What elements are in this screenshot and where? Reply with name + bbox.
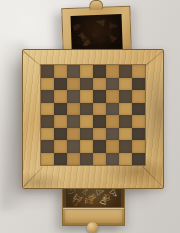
- drawer-piece: ♖: [84, 196, 95, 206]
- square-a5[interactable]: [41, 103, 54, 116]
- square-e7[interactable]: [93, 78, 106, 91]
- square-c3[interactable]: [67, 128, 80, 141]
- top-drawer-knob[interactable]: [89, 0, 103, 10]
- square-c5[interactable]: [67, 103, 80, 116]
- square-g6[interactable]: [119, 90, 132, 103]
- square-b5[interactable]: [54, 103, 67, 116]
- square-c6[interactable]: [67, 90, 80, 103]
- square-a6[interactable]: [41, 90, 54, 103]
- square-f5[interactable]: [106, 103, 119, 116]
- square-f6[interactable]: [106, 90, 119, 103]
- drawer-piece: ♟: [107, 21, 119, 31]
- square-h6[interactable]: [132, 90, 145, 103]
- top-drawer[interactable]: ♞♜♝♛♟♚♟♞♜♟: [61, 6, 132, 53]
- drawer-piece: ♟: [105, 31, 120, 46]
- square-c2[interactable]: [67, 140, 80, 153]
- square-h4[interactable]: [132, 115, 145, 128]
- square-c4[interactable]: [67, 115, 80, 128]
- chess-board: [22, 49, 164, 189]
- square-b2[interactable]: [54, 140, 67, 153]
- square-a1[interactable]: [41, 153, 54, 166]
- bottom-drawer[interactable]: ♘♖♗♕♙♔♙♘♖♙: [62, 185, 125, 226]
- square-e4[interactable]: [93, 115, 106, 128]
- square-b4[interactable]: [54, 115, 67, 128]
- square-e6[interactable]: [93, 90, 106, 103]
- square-a8[interactable]: [41, 65, 54, 78]
- square-b3[interactable]: [54, 128, 67, 141]
- square-h3[interactable]: [132, 128, 145, 141]
- square-h1[interactable]: [132, 153, 145, 166]
- frame-miter-top-left: [23, 51, 42, 67]
- square-d2[interactable]: [80, 140, 93, 153]
- square-f4[interactable]: [106, 115, 119, 128]
- square-c7[interactable]: [67, 78, 80, 91]
- square-d1[interactable]: [80, 153, 93, 166]
- square-a4[interactable]: [41, 115, 54, 128]
- square-h5[interactable]: [132, 103, 145, 116]
- square-e1[interactable]: [93, 153, 106, 166]
- square-g5[interactable]: [119, 103, 132, 116]
- square-c8[interactable]: [67, 65, 80, 78]
- square-g7[interactable]: [119, 78, 132, 91]
- square-g8[interactable]: [119, 65, 132, 78]
- square-f2[interactable]: [106, 140, 119, 153]
- square-b8[interactable]: [54, 65, 67, 78]
- square-h8[interactable]: [132, 65, 145, 78]
- square-e2[interactable]: [93, 140, 106, 153]
- frame-miter-top-right: [144, 51, 163, 67]
- scene: ♞♜♝♛♟♚♟♞♜♟ ♘♖♗♕♙♔♙♘♖♙: [0, 0, 180, 233]
- frame-miter-bottom-right: [143, 166, 163, 187]
- square-g2[interactable]: [119, 140, 132, 153]
- square-f8[interactable]: [106, 65, 119, 78]
- square-d5[interactable]: [80, 103, 93, 116]
- square-g4[interactable]: [119, 115, 132, 128]
- bottom-drawer-knob[interactable]: [87, 222, 98, 233]
- square-h7[interactable]: [132, 78, 145, 91]
- frame-miter-bottom-left: [23, 166, 43, 187]
- square-e5[interactable]: [93, 103, 106, 116]
- square-b6[interactable]: [54, 90, 67, 103]
- square-g3[interactable]: [119, 128, 132, 141]
- square-f7[interactable]: [106, 78, 119, 91]
- square-f1[interactable]: [106, 153, 119, 166]
- square-e3[interactable]: [93, 128, 106, 141]
- board-grid[interactable]: [41, 65, 145, 165]
- square-a2[interactable]: [41, 140, 54, 153]
- square-d3[interactable]: [80, 128, 93, 141]
- square-d6[interactable]: [80, 90, 93, 103]
- drawer-piece: ♙: [98, 195, 110, 207]
- bottom-drawer-pieces: ♘♖♗♕♙♔♙♘♖♙: [66, 186, 121, 207]
- square-c1[interactable]: [67, 153, 80, 166]
- square-b7[interactable]: [54, 78, 67, 91]
- square-d7[interactable]: [80, 78, 93, 91]
- square-b1[interactable]: [54, 153, 67, 166]
- top-drawer-pieces: ♞♜♝♛♟♚♟♞♜♟: [71, 14, 123, 52]
- square-a3[interactable]: [41, 128, 54, 141]
- square-g1[interactable]: [119, 153, 132, 166]
- square-a7[interactable]: [41, 78, 54, 91]
- square-h2[interactable]: [132, 140, 145, 153]
- square-d8[interactable]: [80, 65, 93, 78]
- square-f3[interactable]: [106, 128, 119, 141]
- square-e8[interactable]: [93, 65, 106, 78]
- square-d4[interactable]: [80, 115, 93, 128]
